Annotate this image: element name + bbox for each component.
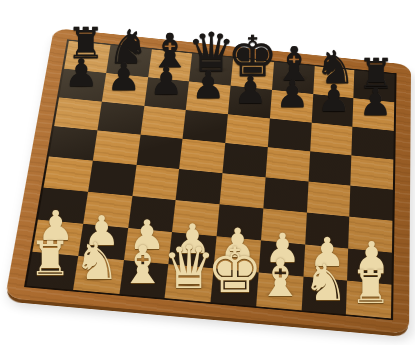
square-b2 (78, 223, 128, 260)
square-h8 (354, 70, 395, 102)
square-h4 (350, 186, 393, 221)
square-f6 (268, 118, 312, 151)
square-a6 (54, 97, 102, 131)
square-f7 (270, 90, 313, 123)
square-f4 (263, 177, 308, 212)
square-d5 (179, 139, 225, 173)
square-e5 (222, 143, 267, 177)
square-f3 (261, 208, 307, 244)
square-a7 (59, 69, 106, 102)
square-d7 (186, 81, 231, 114)
square-c8 (148, 49, 193, 81)
square-b5 (93, 131, 140, 165)
square-d2 (169, 232, 217, 269)
square-g1 (301, 277, 347, 315)
square-c7 (144, 77, 189, 110)
square-d8 (189, 54, 233, 86)
square-g5 (308, 151, 352, 185)
square-c5 (136, 135, 183, 169)
square-b3 (83, 192, 132, 228)
square-a5 (49, 126, 97, 160)
square-c1 (119, 260, 169, 298)
square-a8 (64, 41, 110, 73)
square-d3 (172, 200, 219, 236)
square-c3 (128, 196, 176, 232)
square-c2 (123, 228, 172, 265)
chess-board (5, 28, 411, 334)
square-b7 (102, 73, 148, 106)
square-b8 (106, 45, 151, 77)
square-h6 (352, 126, 394, 159)
square-e7 (228, 85, 272, 118)
square-f2 (258, 240, 304, 277)
square-b4 (88, 161, 136, 196)
square-f8 (272, 62, 314, 94)
square-h7 (353, 98, 395, 131)
square-e6 (225, 114, 269, 147)
square-a2 (32, 219, 83, 256)
square-h5 (351, 156, 394, 190)
square-g2 (303, 244, 348, 281)
square-e8 (231, 58, 274, 90)
square-d1 (165, 264, 214, 302)
square-g6 (310, 122, 353, 155)
square-h2 (347, 248, 392, 285)
square-e1 (210, 269, 258, 307)
square-g3 (305, 212, 350, 248)
square-a3 (38, 187, 88, 223)
square-h1 (346, 281, 391, 319)
square-b6 (97, 101, 144, 134)
square-f1 (256, 273, 303, 311)
square-g4 (306, 181, 350, 216)
square-g7 (311, 94, 353, 127)
square-c6 (140, 106, 186, 139)
square-d4 (176, 169, 223, 204)
square-e3 (217, 204, 263, 240)
square-c4 (132, 165, 179, 200)
square-a4 (44, 156, 93, 191)
square-e2 (214, 236, 261, 273)
board-playing-field (24, 39, 397, 320)
square-d6 (183, 110, 228, 143)
square-b1 (73, 256, 124, 294)
photo-canvas: ♜♞♝♛♚♝♞♜♟♟♟♟♟♟♟♟♟♟♟♟♟♟♟♟♜♞♝♛♚♝♞♜ (0, 0, 415, 345)
square-a1 (26, 252, 77, 290)
square-g8 (313, 66, 355, 98)
square-h3 (348, 216, 392, 252)
square-e4 (220, 173, 266, 208)
square-f5 (265, 147, 309, 181)
